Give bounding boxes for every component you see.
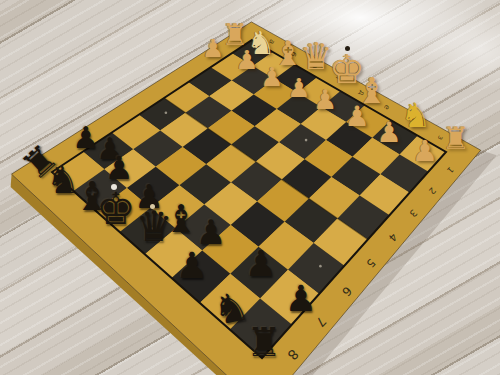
white-pawn-a2[interactable]: ♟: [202, 36, 224, 61]
black-king-d8[interactable]: ♚: [96, 187, 135, 231]
white-pawn-d2[interactable]: ♟: [287, 75, 310, 101]
pieces-layer: ♜♞♟♝♛♟♚♟♟♝♟♞♟♟♜♟♟♟♜♟♞♝♟♚♝♛♟♟♟♟♞♜: [0, 0, 500, 375]
finial-white-king-black-tip: [345, 46, 350, 51]
black-pawn-a7[interactable]: ♟: [73, 123, 100, 153]
white-pawn-h2[interactable]: ♟: [412, 137, 438, 166]
white-rook-h1[interactable]: ♜: [442, 123, 470, 154]
white-queen-d1[interactable]: ♛: [299, 38, 332, 75]
black-queen-e8[interactable]: ♛: [135, 206, 173, 248]
black-rook-h8[interactable]: ♜: [246, 322, 282, 362]
black-pawn-g7[interactable]: ♟: [176, 248, 208, 284]
white-pawn-e2[interactable]: ♟: [313, 86, 337, 113]
white-pawn-g2[interactable]: ♟: [376, 119, 401, 147]
white-pawn-b2[interactable]: ♟: [235, 47, 258, 73]
white-pawn-f2[interactable]: ♟: [344, 103, 369, 131]
photo-chess-scene: 12345678абвгдежз ♜♞♟♝♛♟♚♟♟♝♟♞♟♟♜♟♟♟♜♟♞♝♟…: [0, 0, 500, 375]
finial-black-king-white-tip: [111, 184, 117, 190]
black-pawn-f7[interactable]: ♟: [196, 215, 226, 249]
finial-black-queen-bare-tip: [150, 204, 155, 209]
black-pawn-g6[interactable]: ♟: [285, 281, 317, 317]
white-pawn-c2[interactable]: ♟: [260, 64, 283, 90]
white-knight-g1[interactable]: ♞: [401, 98, 431, 132]
black-pawn-h7[interactable]: ♟: [245, 246, 277, 282]
